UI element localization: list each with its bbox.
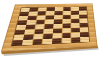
square-c1[interactable] <box>32 39 42 45</box>
square-a1[interactable] <box>12 40 23 46</box>
square-b1[interactable] <box>22 40 32 46</box>
square-d1[interactable] <box>42 39 52 44</box>
board-playing-area <box>11 6 90 46</box>
photo-canvas <box>0 0 100 61</box>
square-e1[interactable] <box>52 38 61 43</box>
square-h1[interactable] <box>81 37 90 42</box>
square-f1[interactable] <box>62 38 71 43</box>
chess-board <box>1 3 98 51</box>
square-g1[interactable] <box>71 37 80 42</box>
